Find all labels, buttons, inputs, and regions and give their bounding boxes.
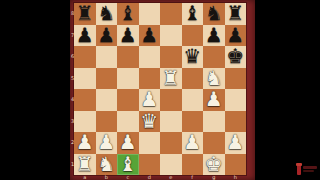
- piece-black-rook: ♜: [74, 3, 96, 25]
- piece-white-pawn: ♟: [117, 132, 139, 154]
- square-a3[interactable]: [74, 111, 96, 133]
- square-g1[interactable]: ♚: [203, 154, 225, 176]
- square-b5[interactable]: [96, 68, 118, 90]
- square-a8[interactable]: ♜: [74, 3, 96, 25]
- square-f1[interactable]: [182, 154, 204, 176]
- rank-label-6: 6: [70, 46, 74, 68]
- square-g5[interactable]: ♞: [203, 68, 225, 90]
- piece-black-bishop: ♝: [182, 3, 204, 25]
- piece-black-queen: ♛: [182, 46, 204, 68]
- piece-black-bishop: ♝: [117, 3, 139, 25]
- square-d2[interactable]: [139, 132, 161, 154]
- piece-black-pawn: ♟: [96, 25, 118, 47]
- square-h2[interactable]: ♟: [225, 132, 247, 154]
- square-b4[interactable]: [96, 89, 118, 111]
- file-label-g: g: [203, 174, 225, 180]
- square-a6[interactable]: [74, 46, 96, 68]
- square-d4[interactable]: ♟: [139, 89, 161, 111]
- square-b2[interactable]: ♟: [96, 132, 118, 154]
- square-h6[interactable]: ♚: [225, 46, 247, 68]
- rank-label-1: 1: [70, 154, 74, 176]
- square-e3[interactable]: [160, 111, 182, 133]
- piece-black-knight: ♞: [96, 3, 118, 25]
- square-f4[interactable]: [182, 89, 204, 111]
- square-d7[interactable]: ♟: [139, 25, 161, 47]
- rank-label-2: 2: [70, 132, 74, 154]
- file-label-b: b: [96, 174, 118, 180]
- watermark-logo: [296, 163, 318, 177]
- square-f5[interactable]: [182, 68, 204, 90]
- file-label-d: d: [139, 174, 161, 180]
- square-c1[interactable]: ♝: [117, 154, 139, 176]
- square-g6[interactable]: [203, 46, 225, 68]
- square-b3[interactable]: [96, 111, 118, 133]
- piece-white-pawn: ♟: [225, 132, 247, 154]
- file-labels: abcdefgh: [74, 174, 246, 180]
- square-f2[interactable]: ♟: [182, 132, 204, 154]
- square-e6[interactable]: [160, 46, 182, 68]
- square-b6[interactable]: [96, 46, 118, 68]
- piece-white-bishop: ♝: [117, 154, 139, 176]
- square-f3[interactable]: [182, 111, 204, 133]
- piece-black-pawn: ♟: [225, 25, 247, 47]
- square-h7[interactable]: ♟: [225, 25, 247, 47]
- square-e2[interactable]: [160, 132, 182, 154]
- file-label-a: a: [74, 174, 96, 180]
- square-b8[interactable]: ♞: [96, 3, 118, 25]
- square-f7[interactable]: [182, 25, 204, 47]
- square-d8[interactable]: [139, 3, 161, 25]
- square-d5[interactable]: [139, 68, 161, 90]
- square-f6[interactable]: ♛: [182, 46, 204, 68]
- square-d6[interactable]: [139, 46, 161, 68]
- piece-white-king: ♚: [203, 154, 225, 176]
- piece-white-pawn: ♟: [203, 89, 225, 111]
- piece-white-pawn: ♟: [96, 132, 118, 154]
- piece-white-pawn: ♟: [139, 89, 161, 111]
- rank-labels: 87654321: [70, 3, 74, 175]
- piece-white-rook: ♜: [74, 154, 96, 176]
- rank-label-8: 8: [70, 3, 74, 25]
- piece-white-pawn: ♟: [182, 132, 204, 154]
- square-b7[interactable]: ♟: [96, 25, 118, 47]
- square-c6[interactable]: [117, 46, 139, 68]
- piece-white-knight: ♞: [96, 154, 118, 176]
- square-e8[interactable]: [160, 3, 182, 25]
- watermark-text: [303, 166, 317, 173]
- file-label-h: h: [225, 174, 247, 180]
- file-label-c: c: [117, 174, 139, 180]
- square-d1[interactable]: [139, 154, 161, 176]
- square-h4[interactable]: [225, 89, 247, 111]
- square-a7[interactable]: ♟: [74, 25, 96, 47]
- square-e5[interactable]: ♜: [160, 68, 182, 90]
- square-g2[interactable]: [203, 132, 225, 154]
- square-a1[interactable]: ♜: [74, 154, 96, 176]
- square-h8[interactable]: ♜: [225, 3, 247, 25]
- chess-board[interactable]: ♜♞♝♝♞♜♟♟♟♟♟♟♛♚♜♞♟♟♛♟♟♟♟♟♜♞♝♚: [74, 3, 246, 175]
- square-c2[interactable]: ♟: [117, 132, 139, 154]
- video-frame: ♜♞♝♝♞♜♟♟♟♟♟♟♛♚♜♞♟♟♛♟♟♟♟♟♜♞♝♚ 87654321 ab…: [0, 0, 320, 180]
- square-g4[interactable]: ♟: [203, 89, 225, 111]
- square-f8[interactable]: ♝: [182, 3, 204, 25]
- square-a2[interactable]: ♟: [74, 132, 96, 154]
- rank-label-3: 3: [70, 111, 74, 133]
- rank-label-5: 5: [70, 68, 74, 90]
- rank-label-4: 4: [70, 89, 74, 111]
- piece-white-pawn: ♟: [74, 132, 96, 154]
- square-e4[interactable]: [160, 89, 182, 111]
- piece-black-king: ♚: [225, 46, 247, 68]
- chess-board-frame: ♜♞♝♝♞♜♟♟♟♟♟♟♛♚♜♞♟♟♛♟♟♟♟♟♜♞♝♚ 87654321 ab…: [70, 0, 255, 180]
- square-h1[interactable]: [225, 154, 247, 176]
- square-c5[interactable]: [117, 68, 139, 90]
- square-a5[interactable]: [74, 68, 96, 90]
- square-h3[interactable]: [225, 111, 247, 133]
- piece-black-pawn: ♟: [203, 25, 225, 47]
- piece-black-pawn: ♟: [117, 25, 139, 47]
- square-h5[interactable]: [225, 68, 247, 90]
- piece-black-rook: ♜: [225, 3, 247, 25]
- square-g8[interactable]: ♞: [203, 3, 225, 25]
- piece-white-queen: ♛: [139, 111, 161, 133]
- piece-white-knight: ♞: [203, 68, 225, 90]
- piece-black-pawn: ♟: [74, 25, 96, 47]
- square-c4[interactable]: [117, 89, 139, 111]
- square-a4[interactable]: [74, 89, 96, 111]
- square-c7[interactable]: ♟: [117, 25, 139, 47]
- rank-label-7: 7: [70, 25, 74, 47]
- piece-white-rook: ♜: [160, 68, 182, 90]
- piece-black-knight: ♞: [203, 3, 225, 25]
- square-g3[interactable]: [203, 111, 225, 133]
- square-c3[interactable]: [117, 111, 139, 133]
- square-d3[interactable]: ♛: [139, 111, 161, 133]
- square-e1[interactable]: [160, 154, 182, 176]
- red-flame-logo-icon: [297, 163, 301, 175]
- file-label-e: e: [160, 174, 182, 180]
- square-g7[interactable]: ♟: [203, 25, 225, 47]
- square-b1[interactable]: ♞: [96, 154, 118, 176]
- square-e7[interactable]: [160, 25, 182, 47]
- piece-black-pawn: ♟: [139, 25, 161, 47]
- square-c8[interactable]: ♝: [117, 3, 139, 25]
- file-label-f: f: [182, 174, 204, 180]
